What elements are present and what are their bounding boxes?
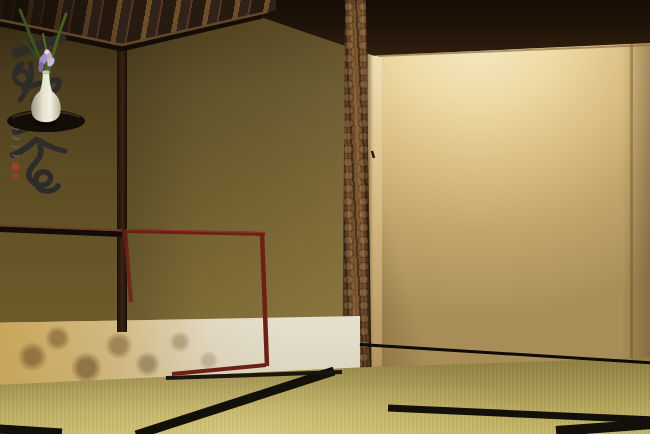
red-seals	[12, 163, 19, 178]
red-lacquer-frame	[125, 230, 267, 375]
tea-room-photo: 一期一會	[0, 0, 650, 434]
structure-lines	[0, 0, 650, 434]
iris-leaves	[20, 10, 66, 80]
bud-vase	[31, 72, 60, 122]
chabana-arrangement	[0, 0, 95, 140]
scroll-hook-icon	[372, 151, 374, 158]
